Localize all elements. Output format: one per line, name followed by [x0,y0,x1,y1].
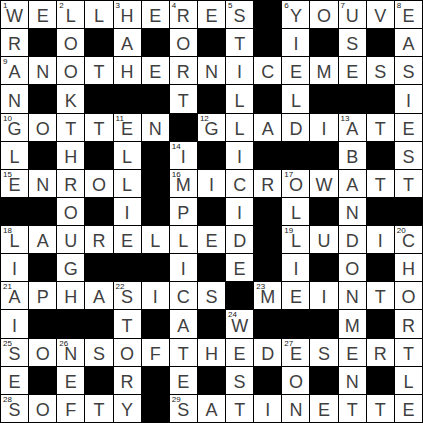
grid-cell[interactable]: N [339,198,366,225]
black-cell [198,198,225,225]
cell-letter: N [289,401,302,422]
grid-cell[interactable]: E [198,1,225,28]
grid-cell[interactable]: E [282,282,309,309]
cell-letter: N [205,63,218,84]
grid-cell[interactable]: 3H [114,1,141,28]
grid-cell[interactable]: L [395,367,422,394]
black-cell [142,198,169,225]
clue-number: 1 [3,2,7,10]
cell-letter: A [93,288,105,309]
black-cell [85,367,112,394]
grid-cell[interactable]: O [57,29,84,56]
cell-letter: O [345,260,359,281]
cell-letter: T [93,120,104,141]
cell-letter: E [9,373,21,394]
grid-cell[interactable]: L [282,198,309,225]
grid-cell[interactable]: O [114,339,141,366]
grid-cell[interactable]: 13A [339,114,366,141]
cell-letter: F [65,401,76,422]
grid-cell[interactable]: R [254,170,281,197]
grid-cell[interactable]: L [114,170,141,197]
grid-cell[interactable]: 4R [170,1,197,28]
grid-cell[interactable]: R [114,367,141,394]
cell-letter: E [346,345,358,366]
grid-cell[interactable]: T [85,114,112,141]
grid-cell[interactable]: L [114,142,141,169]
grid-cell[interactable]: I [170,254,197,281]
grid-cell[interactable]: 14I [170,142,197,169]
grid-cell[interactable]: 17O [282,170,309,197]
grid-cell[interactable]: 21A [1,282,28,309]
grid-cell[interactable]: I [367,226,394,253]
grid-cell[interactable]: F [142,339,169,366]
grid-cell[interactable]: Y [114,395,141,422]
cell-letter: H [64,288,77,309]
grid-cell[interactable]: C [254,57,281,84]
cell-letter: T [93,401,104,422]
grid-cell[interactable]: O [395,282,422,309]
cell-letter: C [177,288,190,309]
grid-cell[interactable]: H [395,254,422,281]
cell-letter: O [92,176,106,197]
grid-cell[interactable]: T [85,395,112,422]
clue-number: 23 [256,283,265,291]
grid-cell[interactable]: A [170,310,197,337]
cell-letter: U [346,7,359,28]
grid-cell[interactable]: O [57,198,84,225]
grid-cell[interactable]: I [282,29,309,56]
cell-letter: R [177,7,190,28]
cell-letter: S [177,401,189,422]
grid-cell[interactable]: 22S [114,282,141,309]
cell-letter: L [291,204,301,225]
cell-letter: T [234,35,245,56]
grid-cell[interactable]: F [57,395,84,422]
grid-cell[interactable]: N [1,85,28,112]
grid-cell[interactable]: E [29,1,56,28]
clue-number: 28 [3,396,12,404]
grid-cell[interactable]: T [85,57,112,84]
cell-letter: I [237,148,242,169]
grid-cell[interactable]: E [198,226,225,253]
black-cell [254,198,281,225]
cell-letter: S [9,345,21,366]
black-cell [198,367,225,394]
grid-cell[interactable]: I [114,198,141,225]
grid-cell[interactable]: 15E [1,170,28,197]
black-cell [142,142,169,169]
grid-cell[interactable]: N [282,395,309,422]
grid-cell[interactable]: H [57,142,84,169]
grid-cell[interactable]: O [310,1,337,28]
clue-number: 21 [3,283,12,291]
cell-letter: R [8,35,21,56]
cell-letter: I [12,260,17,281]
cell-letter: I [181,148,186,169]
grid-cell[interactable]: I [310,114,337,141]
grid-cell[interactable]: R [395,310,422,337]
grid-cell[interactable]: R [57,170,84,197]
clue-number: 17 [284,171,293,179]
cell-letter: S [234,373,246,394]
grid-cell[interactable]: E [114,226,141,253]
grid-cell[interactable]: 16M [170,170,197,197]
cell-letter: R [177,63,190,84]
cell-letter: L [150,232,160,253]
grid-cell[interactable]: 7U [339,1,366,28]
black-cell [142,254,169,281]
grid-cell[interactable]: L [142,226,169,253]
grid-cell[interactable]: E [310,395,337,422]
cell-letter: K [65,92,77,113]
grid-cell[interactable]: L [226,85,253,112]
grid-cell[interactable]: L [226,114,253,141]
grid-cell[interactable]: L [1,142,28,169]
grid-cell[interactable]: C [170,282,197,309]
cell-letter: T [375,120,386,141]
grid-cell[interactable]: 12G [198,114,225,141]
black-cell [85,142,112,169]
cell-letter: A [37,232,49,253]
cell-letter: I [125,204,130,225]
cell-letter: M [260,288,275,309]
cell-letter: T [65,120,76,141]
grid-cell[interactable]: I [282,254,309,281]
clue-number: 26 [59,340,68,348]
grid-cell[interactable]: S [310,339,337,366]
cell-letter: S [121,288,133,309]
cell-letter: H [205,345,218,366]
grid-cell[interactable]: S [395,142,422,169]
grid-cell[interactable]: I [226,198,253,225]
cell-letter: C [402,232,415,253]
cell-letter: E [9,176,21,197]
cell-letter: E [402,120,414,141]
cell-letter: I [293,260,298,281]
black-cell [114,254,141,281]
black-cell [310,29,337,56]
cell-letter: F [150,345,161,366]
grid-cell[interactable]: N [198,57,225,84]
cell-letter: O [64,63,78,84]
grid-cell[interactable]: 20C [395,226,422,253]
grid-cell[interactable]: T [367,282,394,309]
grid-cell[interactable]: C [226,170,253,197]
grid-cell[interactable]: E [142,57,169,84]
grid-cell[interactable]: P [170,198,197,225]
black-cell [198,310,225,337]
grid-cell[interactable]: I [310,282,337,309]
grid-cell[interactable]: R [1,29,28,56]
cell-letter: M [345,317,360,338]
grid-cell[interactable]: N [142,114,169,141]
grid-cell[interactable]: 26N [57,339,84,366]
grid-cell[interactable]: H [57,282,84,309]
grid-cell[interactable]: R [170,57,197,84]
grid-cell[interactable]: T [367,170,394,197]
black-cell [142,85,169,112]
grid-cell[interactable]: A [339,170,366,197]
grid-cell[interactable]: 23M [254,282,281,309]
grid-cell[interactable]: 11E [114,114,141,141]
grid-cell[interactable]: N [339,282,366,309]
grid-cell[interactable]: A [198,395,225,422]
black-cell [29,198,56,225]
grid-cell[interactable]: I [226,57,253,84]
black-cell [339,85,366,112]
grid-cell[interactable]: 9A [1,57,28,84]
black-cell [310,310,337,337]
cell-letter: E [234,260,246,281]
cell-letter: G [8,120,22,141]
grid-cell[interactable]: I [1,254,28,281]
cell-letter: O [289,373,303,394]
cell-letter: T [234,401,245,422]
cell-letter: O [36,120,50,141]
black-cell [367,198,394,225]
grid-cell[interactable]: L [85,1,112,28]
grid-cell[interactable]: 29S [170,395,197,422]
cell-letter: D [346,232,359,253]
cell-letter: I [265,401,270,422]
cell-letter: E [290,288,302,309]
grid-cell[interactable]: T [170,339,197,366]
grid-cell[interactable]: E [226,339,253,366]
clue-number: 16 [172,171,181,179]
grid-cell[interactable]: V [367,1,394,28]
grid-cell[interactable]: M [339,310,366,337]
grid-cell[interactable]: D [339,226,366,253]
grid-cell[interactable]: L [282,85,309,112]
grid-cell[interactable]: E [142,1,169,28]
grid-cell[interactable]: N [29,57,56,84]
cell-letter: E [205,7,217,28]
cell-letter: O [36,401,50,422]
grid-cell[interactable]: T [395,339,422,366]
grid-cell[interactable]: N [29,170,56,197]
grid-cell[interactable]: T [57,114,84,141]
grid-cell[interactable]: O [57,57,84,84]
clue-number: 15 [3,171,12,179]
clue-number: 8 [397,2,401,10]
grid-cell[interactable]: A [114,29,141,56]
grid-cell[interactable]: R [367,339,394,366]
cell-letter: N [64,345,77,366]
clue-number: 9 [3,58,7,66]
grid-cell[interactable]: U [310,226,337,253]
grid-cell[interactable]: E [395,395,422,422]
grid-cell[interactable]: O [29,339,56,366]
black-cell [254,29,281,56]
grid-cell[interactable]: D [226,226,253,253]
cell-letter: W [6,7,23,28]
cell-letter: R [121,373,134,394]
grid-cell[interactable]: E [1,367,28,394]
grid-cell[interactable]: U [57,226,84,253]
grid-cell[interactable]: T [395,170,422,197]
grid-cell[interactable]: T [339,395,366,422]
grid-cell[interactable]: A [254,114,281,141]
grid-cell[interactable]: A [395,29,422,56]
grid-cell[interactable]: S [85,339,112,366]
black-cell [198,29,225,56]
clue-number: 10 [3,115,12,123]
cell-letter: A [121,35,133,56]
cell-letter: E [234,345,246,366]
grid-cell[interactable]: I [226,142,253,169]
cell-letter: R [92,232,105,253]
grid-cell[interactable]: T [170,85,197,112]
grid-cell[interactable]: I [254,395,281,422]
cell-letter: I [322,120,327,141]
grid-cell[interactable]: S [395,57,422,84]
grid-cell[interactable]: I [198,170,225,197]
grid-cell[interactable]: 28S [1,395,28,422]
grid-cell[interactable]: D [254,339,281,366]
grid-cell[interactable]: O [29,114,56,141]
grid-cell[interactable]: I [142,282,169,309]
black-cell [310,85,337,112]
grid-cell[interactable]: E [395,114,422,141]
cell-letter: T [93,63,104,84]
clue-number: 11 [116,115,124,123]
cell-letter: T [122,317,133,338]
cell-letter: S [402,63,414,84]
cell-letter: A [346,176,358,197]
cell-letter: D [233,232,246,253]
cell-letter: E [65,373,77,394]
grid-cell[interactable]: S [339,29,366,56]
grid-cell[interactable]: H [198,339,225,366]
grid-cell[interactable]: 10G [1,114,28,141]
grid-cell[interactable]: S [367,57,394,84]
black-cell [254,226,281,253]
black-cell [310,198,337,225]
cell-letter: N [149,120,162,141]
clue-number: 20 [397,227,406,235]
grid-cell[interactable]: E [170,367,197,394]
grid-cell[interactable]: T [226,395,253,422]
cell-letter: C [233,176,246,197]
grid-cell[interactable]: 19L [282,226,309,253]
grid-cell[interactable]: 18L [1,226,28,253]
grid-cell[interactable]: R [85,226,112,253]
grid-cell[interactable]: W [310,170,337,197]
grid-cell[interactable]: A [29,226,56,253]
cell-letter: T [375,401,386,422]
black-cell [85,254,112,281]
grid-cell[interactable]: O [282,367,309,394]
grid-cell[interactable]: K [57,85,84,112]
clue-number: 14 [172,143,181,151]
black-cell [310,142,337,169]
black-cell [170,114,197,141]
cell-letter: N [36,63,49,84]
black-cell [395,198,422,225]
grid-cell[interactable]: E [282,57,309,84]
grid-cell[interactable]: B [339,142,366,169]
grid-cell[interactable]: E [226,254,253,281]
black-cell [85,198,112,225]
cell-letter: P [37,288,49,309]
grid-cell[interactable]: O [85,170,112,197]
cell-letter: W [231,317,248,338]
cell-letter: E [37,7,49,28]
grid-cell[interactable]: 24W [226,310,253,337]
clue-number: 5 [228,2,232,10]
grid-cell[interactable]: S [226,367,253,394]
cell-letter: L [10,148,20,169]
cell-letter: O [176,35,190,56]
grid-cell[interactable]: E [339,339,366,366]
grid-cell[interactable]: 1W [1,1,28,28]
cell-letter: S [93,345,105,366]
grid-cell[interactable]: A [85,282,112,309]
cell-letter: N [346,204,359,225]
grid-cell[interactable]: O [170,29,197,56]
grid-cell[interactable]: 27E [282,339,309,366]
grid-cell[interactable]: H [114,57,141,84]
grid-cell[interactable]: N [339,367,366,394]
grid-cell[interactable]: M [310,57,337,84]
grid-cell[interactable]: L [170,226,197,253]
grid-cell[interactable]: O [339,254,366,281]
cell-letter: E [177,373,189,394]
grid-cell[interactable]: P [29,282,56,309]
black-cell [254,85,281,112]
clue-number: 25 [3,340,12,348]
cell-letter: I [378,232,383,253]
cell-letter: I [237,204,242,225]
cell-letter: T [375,176,386,197]
grid-cell[interactable]: 2L [57,1,84,28]
grid-cell[interactable]: I [395,85,422,112]
grid-cell[interactable]: E [57,367,84,394]
cell-letter: D [289,120,302,141]
grid-cell[interactable]: 25S [1,339,28,366]
cell-letter: L [291,232,301,253]
black-cell [254,1,281,28]
cell-letter: O [36,345,50,366]
grid-cell[interactable]: T [114,310,141,337]
grid-cell[interactable]: T [367,114,394,141]
grid-cell[interactable]: I [1,310,28,337]
grid-cell[interactable]: 8E [395,1,422,28]
cell-letter: D [261,345,274,366]
cell-letter: M [176,176,191,197]
cell-letter: E [121,232,133,253]
grid-cell[interactable]: G [57,254,84,281]
grid-cell[interactable]: S [198,282,225,309]
grid-cell[interactable]: E [339,57,366,84]
grid-cell[interactable]: 5S [226,1,253,28]
cell-letter: Y [121,401,133,422]
grid-cell[interactable]: O [29,395,56,422]
grid-cell[interactable]: T [226,29,253,56]
grid-cell[interactable]: 6Y [282,1,309,28]
cell-letter: T [178,92,189,113]
cell-letter: L [66,7,76,28]
cell-letter: O [120,345,134,366]
grid-cell[interactable]: D [282,114,309,141]
cell-letter: U [318,232,331,253]
grid-cell[interactable]: T [367,395,394,422]
clue-number: 12 [200,115,209,123]
black-cell [29,29,56,56]
cell-letter: S [234,7,246,28]
cell-letter: T [347,401,358,422]
cell-letter: E [318,401,330,422]
